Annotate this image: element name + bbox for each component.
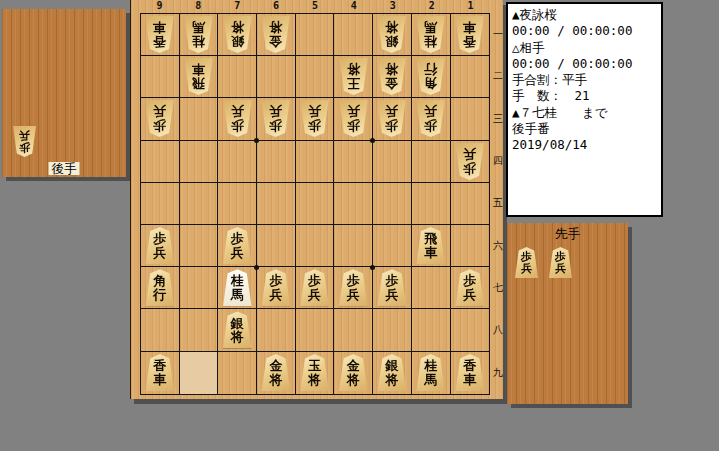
square-9-2[interactable] bbox=[141, 56, 180, 98]
piece-gote: 歩兵 bbox=[144, 100, 175, 137]
piece-kanji: 桂 bbox=[231, 274, 244, 287]
hoshi-dot bbox=[370, 138, 375, 143]
square-8-3[interactable] bbox=[180, 98, 219, 140]
piece-sente: 玉将 bbox=[299, 354, 330, 391]
piece-kanji: 兵 bbox=[19, 130, 30, 141]
piece-kanji: 兵 bbox=[269, 106, 282, 119]
piece-kanji: 銀 bbox=[385, 359, 398, 372]
piece-kanji: 歩 bbox=[463, 161, 476, 174]
piece-kanji: 将 bbox=[231, 21, 244, 34]
piece-kanji: 歩 bbox=[385, 119, 398, 132]
square-9-1[interactable]: 香車 bbox=[141, 14, 180, 56]
piece-sente: 銀将 bbox=[376, 354, 407, 391]
piece-kanji: 将 bbox=[231, 330, 244, 343]
square-2-7[interactable] bbox=[412, 267, 451, 309]
square-2-5[interactable] bbox=[412, 183, 451, 225]
rank-label-6: 六 bbox=[492, 225, 504, 267]
piece-gote: 桂馬 bbox=[183, 16, 214, 53]
square-5-5[interactable] bbox=[296, 183, 335, 225]
square-7-7[interactable]: 桂馬 bbox=[218, 267, 257, 309]
rank-labels: 一二三四五六七八九 bbox=[492, 13, 504, 394]
file-label-9: 9 bbox=[140, 0, 179, 12]
square-8-9[interactable] bbox=[180, 352, 219, 394]
piece-kanji: 兵 bbox=[385, 288, 398, 301]
piece-gote: 銀将 bbox=[376, 16, 407, 53]
piece-sente: 飛車 bbox=[415, 227, 446, 264]
square-7-6[interactable]: 歩兵 bbox=[218, 225, 257, 267]
square-7-8[interactable]: 銀将 bbox=[218, 309, 257, 351]
piece-kanji: 玉 bbox=[308, 359, 321, 372]
piece-kanji: 歩 bbox=[269, 274, 282, 287]
piece-kanji: 兵 bbox=[231, 246, 244, 259]
piece-kanji: 香 bbox=[463, 359, 476, 372]
square-5-9[interactable]: 玉将 bbox=[296, 352, 335, 394]
piece-gote: 銀将 bbox=[222, 16, 253, 53]
square-1-2[interactable] bbox=[451, 56, 490, 98]
square-8-4[interactable] bbox=[180, 141, 219, 183]
square-7-9[interactable] bbox=[218, 352, 257, 394]
piece-kanji: 歩 bbox=[308, 274, 321, 287]
square-9-8[interactable] bbox=[141, 309, 180, 351]
square-4-9[interactable]: 金将 bbox=[334, 352, 373, 394]
piece-gote: 王将 bbox=[338, 58, 369, 95]
square-9-5[interactable] bbox=[141, 183, 180, 225]
piece-kanji: 飛 bbox=[192, 77, 205, 90]
piece-gote: 歩兵 bbox=[222, 100, 253, 137]
piece-kanji: 歩 bbox=[347, 119, 360, 132]
file-labels: 987654321 bbox=[140, 0, 490, 12]
square-6-4[interactable] bbox=[257, 141, 296, 183]
square-2-1[interactable]: 桂馬 bbox=[412, 14, 451, 56]
square-4-1[interactable] bbox=[334, 14, 373, 56]
gote-hand-pieces: 歩兵 bbox=[12, 126, 37, 157]
shogi-app-window: 歩兵 後手 987654321 香車桂馬銀将金将銀将桂馬香車飛車王将金将角行歩兵… bbox=[0, 0, 719, 451]
square-3-2[interactable]: 金将 bbox=[373, 56, 412, 98]
file-label-7: 7 bbox=[218, 0, 257, 12]
piece-kanji: 兵 bbox=[347, 106, 360, 119]
rank-label-9: 九 bbox=[492, 352, 504, 394]
piece-kanji: 車 bbox=[192, 64, 205, 77]
piece-gote: 桂馬 bbox=[415, 16, 446, 53]
piece-kanji: 将 bbox=[308, 373, 321, 386]
square-5-4[interactable] bbox=[296, 141, 335, 183]
square-7-4[interactable] bbox=[218, 141, 257, 183]
hand-piece-gote[interactable]: 歩兵 bbox=[12, 126, 37, 157]
square-1-1[interactable]: 香車 bbox=[451, 14, 490, 56]
square-8-2[interactable]: 飛車 bbox=[180, 56, 219, 98]
square-6-2[interactable] bbox=[257, 56, 296, 98]
square-4-7[interactable]: 歩兵 bbox=[334, 267, 373, 309]
file-label-3: 3 bbox=[373, 0, 412, 12]
square-8-5[interactable] bbox=[180, 183, 219, 225]
piece-kanji: 飛 bbox=[424, 232, 437, 245]
rank-label-3: 三 bbox=[492, 98, 504, 140]
piece-sente: 桂馬 bbox=[415, 354, 446, 391]
piece-kanji: 兵 bbox=[521, 263, 532, 274]
square-3-5[interactable] bbox=[373, 183, 412, 225]
piece-gote: 歩兵 bbox=[415, 100, 446, 137]
game-info-panel: ▲夜詠桜 00:00 / 00:00:00 △相手 00:00 / 00:00:… bbox=[506, 2, 663, 217]
piece-kanji: 桂 bbox=[424, 35, 437, 48]
square-3-7[interactable]: 歩兵 bbox=[373, 267, 412, 309]
piece-gote: 飛車 bbox=[183, 58, 214, 95]
piece-gote: 歩兵 bbox=[454, 143, 485, 180]
file-label-1: 1 bbox=[451, 0, 490, 12]
square-1-8[interactable] bbox=[451, 309, 490, 351]
piece-kanji: 将 bbox=[347, 373, 360, 386]
rank-label-1: 一 bbox=[492, 13, 504, 55]
sente-hand-pieces: 歩兵歩兵 bbox=[514, 247, 573, 278]
piece-gote: 歩兵 bbox=[376, 100, 407, 137]
square-5-3[interactable]: 歩兵 bbox=[296, 98, 335, 140]
square-3-1[interactable]: 銀将 bbox=[373, 14, 412, 56]
piece-kanji: 歩 bbox=[555, 251, 566, 262]
piece-kanji: 車 bbox=[463, 21, 476, 34]
piece-kanji: 桂 bbox=[424, 359, 437, 372]
hoshi-dot bbox=[254, 265, 259, 270]
rank-label-5: 五 bbox=[492, 182, 504, 224]
game-date: 2019/08/14 bbox=[512, 137, 657, 153]
piece-kanji: 馬 bbox=[424, 21, 437, 34]
square-4-2[interactable]: 王将 bbox=[334, 56, 373, 98]
piece-sente: 歩兵 bbox=[376, 269, 407, 306]
piece-kanji: 兵 bbox=[347, 288, 360, 301]
square-8-6[interactable] bbox=[180, 225, 219, 267]
gote-clock: 00:00 / 00:00:00 bbox=[512, 56, 657, 72]
rank-label-2: 二 bbox=[492, 55, 504, 97]
square-5-1[interactable] bbox=[296, 14, 335, 56]
piece-kanji: 歩 bbox=[385, 274, 398, 287]
piece-kanji: 兵 bbox=[308, 288, 321, 301]
square-8-1[interactable]: 桂馬 bbox=[180, 14, 219, 56]
piece-kanji: 兵 bbox=[463, 288, 476, 301]
file-label-6: 6 bbox=[257, 0, 296, 12]
square-6-9[interactable]: 金将 bbox=[257, 352, 296, 394]
piece-kanji: 将 bbox=[269, 21, 282, 34]
square-9-3[interactable]: 歩兵 bbox=[141, 98, 180, 140]
piece-sente: 歩兵 bbox=[222, 227, 253, 264]
piece-sente: 金将 bbox=[338, 354, 369, 391]
square-6-8[interactable] bbox=[257, 309, 296, 351]
square-2-2[interactable]: 角行 bbox=[412, 56, 451, 98]
piece-kanji: 王 bbox=[347, 77, 360, 90]
square-4-4[interactable] bbox=[334, 141, 373, 183]
piece-kanji: 車 bbox=[153, 373, 166, 386]
sente-label: 先手 bbox=[555, 226, 580, 243]
piece-gote: 金将 bbox=[376, 58, 407, 95]
sente-clock: 00:00 / 00:00:00 bbox=[512, 23, 657, 39]
square-1-3[interactable] bbox=[451, 98, 490, 140]
piece-kanji: 銀 bbox=[231, 35, 244, 48]
piece-kanji: 歩 bbox=[153, 119, 166, 132]
square-1-4[interactable]: 歩兵 bbox=[451, 141, 490, 183]
piece-kanji: 兵 bbox=[555, 263, 566, 274]
square-5-8[interactable] bbox=[296, 309, 335, 351]
sente-captured-panel: 先手 歩兵歩兵 bbox=[507, 223, 628, 404]
piece-kanji: 将 bbox=[385, 64, 398, 77]
sente-player-name: ▲夜詠桜 bbox=[512, 7, 657, 23]
file-label-4: 4 bbox=[334, 0, 373, 12]
square-5-2[interactable] bbox=[296, 56, 335, 98]
square-4-8[interactable] bbox=[334, 309, 373, 351]
piece-gote: 歩兵 bbox=[299, 100, 330, 137]
square-4-5[interactable] bbox=[334, 183, 373, 225]
file-label-2: 2 bbox=[412, 0, 451, 12]
square-3-9[interactable]: 銀将 bbox=[373, 352, 412, 394]
piece-kanji: 車 bbox=[424, 246, 437, 259]
move-count-line: 手 数： 21 bbox=[512, 88, 657, 104]
square-4-3[interactable]: 歩兵 bbox=[334, 98, 373, 140]
piece-kanji: 歩 bbox=[269, 119, 282, 132]
square-3-4[interactable] bbox=[373, 141, 412, 183]
gote-player-name: △相手 bbox=[512, 40, 657, 56]
piece-kanji: 歩 bbox=[521, 251, 532, 262]
handicap-line: 手合割：平手 bbox=[512, 72, 657, 88]
piece-kanji: 将 bbox=[385, 373, 398, 386]
piece-kanji: 馬 bbox=[424, 373, 437, 386]
piece-kanji: 歩 bbox=[424, 119, 437, 132]
piece-kanji: 兵 bbox=[463, 148, 476, 161]
rank-label-8: 八 bbox=[492, 309, 504, 351]
piece-gote: 金将 bbox=[260, 16, 291, 53]
piece-kanji: 兵 bbox=[308, 106, 321, 119]
piece-gote: 歩兵 bbox=[260, 100, 291, 137]
square-6-5[interactable] bbox=[257, 183, 296, 225]
square-8-7[interactable] bbox=[180, 267, 219, 309]
rank-label-7: 七 bbox=[492, 267, 504, 309]
board-grid: 香車桂馬銀将金将銀将桂馬香車飛車王将金将角行歩兵歩兵歩兵歩兵歩兵歩兵歩兵歩兵歩兵… bbox=[140, 13, 490, 395]
file-label-5: 5 bbox=[296, 0, 335, 12]
square-9-6[interactable]: 歩兵 bbox=[141, 225, 180, 267]
square-9-7[interactable]: 角行 bbox=[141, 267, 180, 309]
square-8-8[interactable] bbox=[180, 309, 219, 351]
side-to-move-line: 後手番 bbox=[512, 121, 657, 137]
piece-kanji: 銀 bbox=[231, 317, 244, 330]
piece-kanji: 香 bbox=[153, 359, 166, 372]
square-2-9[interactable]: 桂馬 bbox=[412, 352, 451, 394]
hand-piece-sente[interactable]: 歩兵 bbox=[548, 247, 573, 278]
piece-sente: 桂馬 bbox=[222, 269, 253, 306]
piece-kanji: 歩 bbox=[153, 232, 166, 245]
square-1-7[interactable]: 歩兵 bbox=[451, 267, 490, 309]
piece-sente: 歩兵 bbox=[299, 269, 330, 306]
piece-kanji: 将 bbox=[385, 21, 398, 34]
square-1-9[interactable]: 香車 bbox=[451, 352, 490, 394]
piece-sente: 歩兵 bbox=[454, 269, 485, 306]
square-1-5[interactable] bbox=[451, 183, 490, 225]
piece-kanji: 兵 bbox=[269, 288, 282, 301]
square-7-3[interactable]: 歩兵 bbox=[218, 98, 257, 140]
piece-kanji: 金 bbox=[269, 359, 282, 372]
piece-kanji: 行 bbox=[153, 288, 166, 301]
piece-sente: 角行 bbox=[144, 269, 175, 306]
square-9-4[interactable] bbox=[141, 141, 180, 183]
file-label-8: 8 bbox=[179, 0, 218, 12]
piece-kanji: 桂 bbox=[192, 35, 205, 48]
piece-kanji: 金 bbox=[385, 77, 398, 90]
piece-kanji: 角 bbox=[153, 274, 166, 287]
piece-kanji: 歩 bbox=[463, 274, 476, 287]
hoshi-dot bbox=[254, 138, 259, 143]
square-4-6[interactable] bbox=[334, 225, 373, 267]
piece-kanji: 将 bbox=[269, 373, 282, 386]
square-6-6[interactable] bbox=[257, 225, 296, 267]
square-7-1[interactable]: 銀将 bbox=[218, 14, 257, 56]
piece-gote: 香車 bbox=[144, 16, 175, 53]
piece-kanji: 金 bbox=[269, 35, 282, 48]
last-move-line: ▲７七桂 まで bbox=[512, 105, 657, 121]
square-3-3[interactable]: 歩兵 bbox=[373, 98, 412, 140]
piece-sente: 香車 bbox=[144, 354, 175, 391]
square-2-4[interactable] bbox=[412, 141, 451, 183]
square-2-6[interactable]: 飛車 bbox=[412, 225, 451, 267]
piece-kanji: 銀 bbox=[385, 35, 398, 48]
piece-kanji: 馬 bbox=[231, 288, 244, 301]
piece-sente: 歩兵 bbox=[338, 269, 369, 306]
piece-gote: 歩兵 bbox=[338, 100, 369, 137]
piece-kanji: 兵 bbox=[424, 106, 437, 119]
piece-kanji: 馬 bbox=[192, 21, 205, 34]
square-7-5[interactable] bbox=[218, 183, 257, 225]
piece-kanji: 兵 bbox=[231, 106, 244, 119]
piece-kanji: 角 bbox=[424, 77, 437, 90]
piece-sente: 金将 bbox=[260, 354, 291, 391]
piece-kanji: 車 bbox=[153, 21, 166, 34]
square-3-6[interactable] bbox=[373, 225, 412, 267]
piece-kanji: 兵 bbox=[385, 106, 398, 119]
piece-kanji: 車 bbox=[463, 373, 476, 386]
piece-gote: 香車 bbox=[454, 16, 485, 53]
piece-kanji: 歩 bbox=[231, 232, 244, 245]
gote-captured-panel: 歩兵 後手 bbox=[2, 9, 126, 177]
shogi-board: 987654321 香車桂馬銀将金将銀将桂馬香車飛車王将金将角行歩兵歩兵歩兵歩兵… bbox=[130, 0, 503, 399]
piece-sente: 歩兵 bbox=[260, 269, 291, 306]
piece-kanji: 香 bbox=[463, 35, 476, 48]
piece-kanji: 歩 bbox=[308, 119, 321, 132]
piece-kanji: 歩 bbox=[19, 142, 30, 153]
hand-piece-sente[interactable]: 歩兵 bbox=[514, 247, 539, 278]
piece-sente: 歩兵 bbox=[144, 227, 175, 264]
piece-kanji: 将 bbox=[347, 64, 360, 77]
square-6-7[interactable]: 歩兵 bbox=[257, 267, 296, 309]
piece-kanji: 金 bbox=[347, 359, 360, 372]
square-2-8[interactable] bbox=[412, 309, 451, 351]
piece-kanji: 歩 bbox=[347, 274, 360, 287]
piece-kanji: 歩 bbox=[231, 119, 244, 132]
piece-gote: 角行 bbox=[415, 58, 446, 95]
piece-kanji: 兵 bbox=[153, 106, 166, 119]
gote-label: 後手 bbox=[49, 162, 80, 175]
square-7-2[interactable] bbox=[218, 56, 257, 98]
square-9-9[interactable]: 香車 bbox=[141, 352, 180, 394]
square-2-3[interactable]: 歩兵 bbox=[412, 98, 451, 140]
piece-kanji: 行 bbox=[424, 64, 437, 77]
piece-sente: 香車 bbox=[454, 354, 485, 391]
square-5-7[interactable]: 歩兵 bbox=[296, 267, 335, 309]
square-6-1[interactable]: 金将 bbox=[257, 14, 296, 56]
rank-label-4: 四 bbox=[492, 140, 504, 182]
square-5-6[interactable] bbox=[296, 225, 335, 267]
square-1-6[interactable] bbox=[451, 225, 490, 267]
square-3-8[interactable] bbox=[373, 309, 412, 351]
square-6-3[interactable]: 歩兵 bbox=[257, 98, 296, 140]
hoshi-dot bbox=[370, 265, 375, 270]
piece-kanji: 兵 bbox=[153, 246, 166, 259]
piece-kanji: 香 bbox=[153, 35, 166, 48]
piece-sente: 銀将 bbox=[222, 311, 253, 348]
